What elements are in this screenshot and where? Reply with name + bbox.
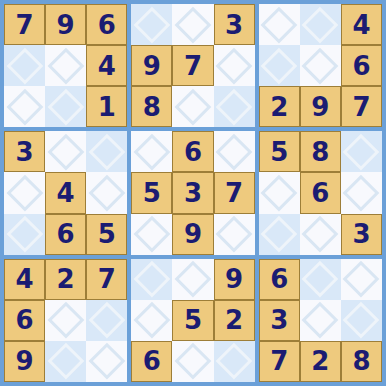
diamond-icon [216,216,253,253]
cell-digit: 2 [270,94,288,120]
cell-r1c9: 4 [341,4,382,45]
cell-r2c2[interactable] [45,45,86,86]
cell-r7c2: 2 [45,259,86,300]
diamond-icon [216,134,253,171]
cell-r8c7: 3 [259,300,300,341]
diamond-icon [88,302,125,339]
diamond-icon [6,88,43,125]
cell-digit: 6 [270,266,288,292]
diamond-icon [261,6,298,43]
cell-r1c1: 7 [4,4,45,45]
cell-r1c3: 6 [86,4,127,45]
cell-r7c4[interactable] [131,259,172,300]
cell-digit: 9 [16,348,34,374]
cell-r8c6: 2 [214,300,255,341]
cell-r1c4[interactable] [131,4,172,45]
diamond-icon [134,302,171,339]
cell-digit: 7 [270,348,288,374]
diamond-icon [343,302,380,339]
box-6: 5863 [259,131,382,254]
cell-r2c7[interactable] [259,45,300,86]
cell-r5c4: 5 [131,172,172,213]
cell-digit: 6 [57,221,75,247]
box-3: 46297 [259,4,382,127]
cell-digit: 7 [352,94,370,120]
box-2: 3978 [131,4,254,127]
cell-digit: 3 [184,180,202,206]
cell-digit: 8 [311,139,329,165]
cell-r1c2: 9 [45,4,86,45]
cell-r6c8[interactable] [300,214,341,255]
cell-r6c1[interactable] [4,214,45,255]
diamond-icon [302,216,339,253]
diamond-icon [261,216,298,253]
cell-r3c6[interactable] [214,86,255,127]
cell-r3c5[interactable] [172,86,213,127]
diamond-icon [134,6,171,43]
diamond-icon [134,134,171,171]
cell-r5c6: 7 [214,172,255,213]
cell-r4c5: 6 [172,131,213,172]
diamond-icon [6,216,43,253]
cell-r2c9: 6 [341,45,382,86]
cell-r4c1: 3 [4,131,45,172]
cell-digit: 9 [225,266,243,292]
cell-r4c4[interactable] [131,131,172,172]
diamond-icon [134,216,171,253]
diamond-icon [47,88,84,125]
cell-r2c3: 4 [86,45,127,86]
cell-r7c7: 6 [259,259,300,300]
diamond-icon [261,175,298,212]
cell-digit: 9 [143,53,161,79]
cell-r8c3[interactable] [86,300,127,341]
diamond-icon [216,343,253,380]
diamond-icon [47,302,84,339]
cell-r3c4: 8 [131,86,172,127]
cell-digit: 2 [311,348,329,374]
cell-digit: 5 [143,180,161,206]
diamond-icon [302,47,339,84]
cell-digit: 3 [270,307,288,333]
cell-r5c2: 4 [45,172,86,213]
cell-r4c8: 8 [300,131,341,172]
cell-digit: 3 [16,139,34,165]
cell-r7c5[interactable] [172,259,213,300]
cell-digit: 8 [143,94,161,120]
cell-r8c5: 5 [172,300,213,341]
cell-r3c3: 1 [86,86,127,127]
cell-r6c2: 6 [45,214,86,255]
cell-r1c6: 3 [214,4,255,45]
cell-r3c9: 7 [341,86,382,127]
cell-r4c2[interactable] [45,131,86,172]
diamond-icon [47,134,84,171]
cell-r9c4: 6 [131,341,172,382]
cell-r2c5: 7 [172,45,213,86]
cell-r7c6: 9 [214,259,255,300]
cell-r8c9[interactable] [341,300,382,341]
cell-r9c1: 9 [4,341,45,382]
diamond-icon [6,175,43,212]
cell-r3c2[interactable] [45,86,86,127]
cell-r2c1[interactable] [4,45,45,86]
cell-digit: 9 [184,221,202,247]
cell-digit: 4 [57,180,75,206]
cell-r7c3: 7 [86,259,127,300]
cell-digit: 6 [184,139,202,165]
cell-r5c9[interactable] [341,172,382,213]
diamond-icon [343,175,380,212]
diamond-icon [175,261,212,298]
cell-r1c5[interactable] [172,4,213,45]
cell-r5c3[interactable] [86,172,127,213]
cell-r3c1[interactable] [4,86,45,127]
cell-digit: 5 [184,307,202,333]
cell-r9c2[interactable] [45,341,86,382]
box-7: 42769 [4,259,127,382]
cell-r9c7: 7 [259,341,300,382]
cell-digit: 7 [98,266,116,292]
cell-digit: 6 [352,53,370,79]
diamond-icon [302,261,339,298]
cell-r5c8: 6 [300,172,341,213]
diamond-icon [261,47,298,84]
cell-r9c8: 2 [300,341,341,382]
cell-r8c1: 6 [4,300,45,341]
diamond-icon [343,134,380,171]
cell-r2c6[interactable] [214,45,255,86]
cell-digit: 1 [98,94,116,120]
diamond-icon [88,134,125,171]
cell-digit: 4 [16,266,34,292]
cell-digit: 2 [57,266,75,292]
box-5: 65379 [131,131,254,254]
cell-r6c9: 3 [341,214,382,255]
cell-digit: 8 [352,348,370,374]
cell-r9c3[interactable] [86,341,127,382]
diamond-icon [216,47,253,84]
box-4: 3465 [4,131,127,254]
cell-digit: 4 [98,53,116,79]
cell-r4c9[interactable] [341,131,382,172]
cell-digit: 6 [311,180,329,206]
cell-r2c8[interactable] [300,45,341,86]
diamond-icon [175,88,212,125]
cell-digit: 9 [311,94,329,120]
cell-r4c7: 5 [259,131,300,172]
cell-r7c8[interactable] [300,259,341,300]
cell-r6c3: 5 [86,214,127,255]
box-9: 63728 [259,259,382,382]
cell-r1c7[interactable] [259,4,300,45]
cell-r2c4: 9 [131,45,172,86]
cell-digit: 4 [352,12,370,38]
diamond-icon [6,47,43,84]
cell-digit: 6 [98,12,116,38]
cell-digit: 6 [16,307,34,333]
cell-r4c3[interactable] [86,131,127,172]
cell-digit: 6 [143,348,161,374]
cell-digit: 2 [225,307,243,333]
cell-digit: 7 [225,180,243,206]
cell-r4c6[interactable] [214,131,255,172]
cell-r6c4[interactable] [131,214,172,255]
cell-digit: 9 [57,12,75,38]
cell-digit: 7 [184,53,202,79]
cell-r8c8[interactable] [300,300,341,341]
sudoku-board: 7964139784629734656537958634276995266372… [0,0,386,386]
diamond-icon [47,343,84,380]
cell-r7c1: 4 [4,259,45,300]
box-1: 79641 [4,4,127,127]
cell-digit: 3 [225,12,243,38]
cell-digit: 7 [16,12,34,38]
diamond-icon [175,343,212,380]
cell-r5c5: 3 [172,172,213,213]
diamond-icon [88,175,125,212]
cell-r9c6[interactable] [214,341,255,382]
cell-r7c9[interactable] [341,259,382,300]
diamond-icon [175,6,212,43]
cell-r8c2[interactable] [45,300,86,341]
diamond-icon [47,47,84,84]
diamond-icon [343,261,380,298]
diamond-icon [302,6,339,43]
box-8: 9526 [131,259,254,382]
cell-r3c7: 2 [259,86,300,127]
cell-r3c8: 9 [300,86,341,127]
cell-r8c4[interactable] [131,300,172,341]
cell-r6c6[interactable] [214,214,255,255]
cell-digit: 5 [270,139,288,165]
cell-digit: 3 [352,221,370,247]
diamond-icon [302,302,339,339]
cell-r5c7[interactable] [259,172,300,213]
cell-r1c8[interactable] [300,4,341,45]
cell-r6c5: 9 [172,214,213,255]
cell-r9c5[interactable] [172,341,213,382]
cell-r5c1[interactable] [4,172,45,213]
diamond-icon [216,88,253,125]
diamond-icon [88,343,125,380]
diamond-icon [134,261,171,298]
cell-r9c9: 8 [341,341,382,382]
cell-r6c7[interactable] [259,214,300,255]
cell-digit: 5 [98,221,116,247]
